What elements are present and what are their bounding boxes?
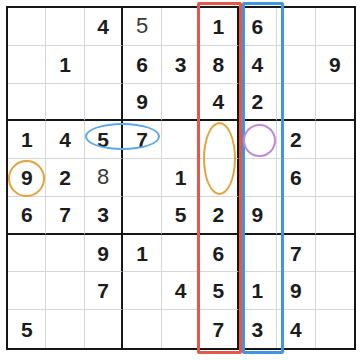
- cell-r5c4[interactable]: [123, 159, 161, 197]
- digit: 7: [97, 280, 109, 301]
- cell-r2c5[interactable]: 3: [162, 46, 200, 84]
- sudoku-board: 4516163849942145729281667352991677451957…: [6, 6, 356, 350]
- cell-r5c2[interactable]: 2: [46, 159, 84, 197]
- digit: 4: [290, 319, 302, 340]
- cell-r6c1[interactable]: 6: [8, 197, 46, 235]
- cell-r9c3[interactable]: [85, 310, 123, 348]
- cell-r3c5[interactable]: [162, 84, 200, 122]
- digit: 9: [97, 243, 109, 264]
- cell-r9c4[interactable]: [123, 310, 161, 348]
- cell-r9c5[interactable]: [162, 310, 200, 348]
- cell-r4c9[interactable]: [316, 121, 354, 159]
- digit: 1: [175, 167, 187, 188]
- cell-r9c2[interactable]: [46, 310, 84, 348]
- cell-r6c4[interactable]: [123, 197, 161, 235]
- cell-r6c9[interactable]: [316, 197, 354, 235]
- cell-r2c3[interactable]: [85, 46, 123, 84]
- cell-r8c5[interactable]: 4: [162, 272, 200, 310]
- digit: 3: [97, 204, 109, 225]
- digit: 6: [21, 204, 33, 225]
- cell-r2c9[interactable]: 9: [316, 46, 354, 84]
- digit: 6: [136, 54, 148, 75]
- cell-r7c5[interactable]: [162, 235, 200, 273]
- digit: 8: [97, 166, 109, 188]
- digit: 1: [59, 54, 71, 75]
- cell-r3c2[interactable]: [46, 84, 84, 122]
- cell-r8c1[interactable]: [8, 272, 46, 310]
- blue-ellipse-annotation: [85, 123, 160, 150]
- digit: 9: [329, 54, 341, 75]
- digit: 6: [290, 167, 302, 188]
- cell-r2c1[interactable]: [8, 46, 46, 84]
- cell-r8c3[interactable]: 7: [85, 272, 123, 310]
- cell-r8c2[interactable]: [46, 272, 84, 310]
- cell-r5c3[interactable]: 8: [85, 159, 123, 197]
- cell-r8c9[interactable]: [316, 272, 354, 310]
- cell-r7c2[interactable]: [46, 235, 84, 273]
- digit: 4: [175, 280, 187, 301]
- cell-r3c1[interactable]: [8, 84, 46, 122]
- cell-r7c1[interactable]: [8, 235, 46, 273]
- cell-r1c3[interactable]: 4: [85, 8, 123, 46]
- cell-r6c2[interactable]: 7: [46, 197, 84, 235]
- digit: 2: [290, 129, 302, 150]
- cell-r9c1[interactable]: 5: [8, 310, 46, 348]
- digit: 7: [290, 243, 302, 264]
- digit: 5: [136, 15, 148, 37]
- cell-r3c9[interactable]: [316, 84, 354, 122]
- sudoku-screen: 4516163849942145729281667352991677451957…: [0, 0, 360, 360]
- orange-circle-annotation: [8, 160, 45, 197]
- digit: 5: [175, 204, 187, 225]
- cell-r7c4[interactable]: 1: [123, 235, 161, 273]
- orange-ellipse-annotation: [203, 122, 236, 195]
- digit: 7: [59, 204, 71, 225]
- cell-r4c1[interactable]: 1: [8, 121, 46, 159]
- digit: 4: [97, 16, 109, 37]
- cell-r7c9[interactable]: [316, 235, 354, 273]
- digit: 1: [136, 243, 148, 264]
- cell-r3c4[interactable]: 9: [123, 84, 161, 122]
- digit: 2: [59, 167, 71, 188]
- cell-r5c5[interactable]: 1: [162, 159, 200, 197]
- cell-r1c9[interactable]: [316, 8, 354, 46]
- cell-r4c2[interactable]: 4: [46, 121, 84, 159]
- cell-r1c4[interactable]: 5: [123, 8, 161, 46]
- digit: 4: [59, 129, 71, 150]
- digit: 9: [290, 280, 302, 301]
- cell-r2c2[interactable]: 1: [46, 46, 84, 84]
- cell-r3c3[interactable]: [85, 84, 123, 122]
- digit: 5: [21, 319, 33, 340]
- cell-r5c9[interactable]: [316, 159, 354, 197]
- cell-r6c3[interactable]: 3: [85, 197, 123, 235]
- cell-r4c5[interactable]: [162, 121, 200, 159]
- blue-column-highlight-box: [242, 2, 284, 354]
- digit: 3: [175, 54, 187, 75]
- cell-r1c2[interactable]: [46, 8, 84, 46]
- digit: 1: [21, 129, 33, 150]
- cell-r6c5[interactable]: 5: [162, 197, 200, 235]
- cell-r8c4[interactable]: [123, 272, 161, 310]
- digit: 9: [136, 91, 148, 112]
- cell-r1c5[interactable]: [162, 8, 200, 46]
- purple-circle-annotation: [243, 124, 276, 157]
- cell-r1c1[interactable]: [8, 8, 46, 46]
- cell-r9c9[interactable]: [316, 310, 354, 348]
- cell-r2c4[interactable]: 6: [123, 46, 161, 84]
- cell-r7c3[interactable]: 9: [85, 235, 123, 273]
